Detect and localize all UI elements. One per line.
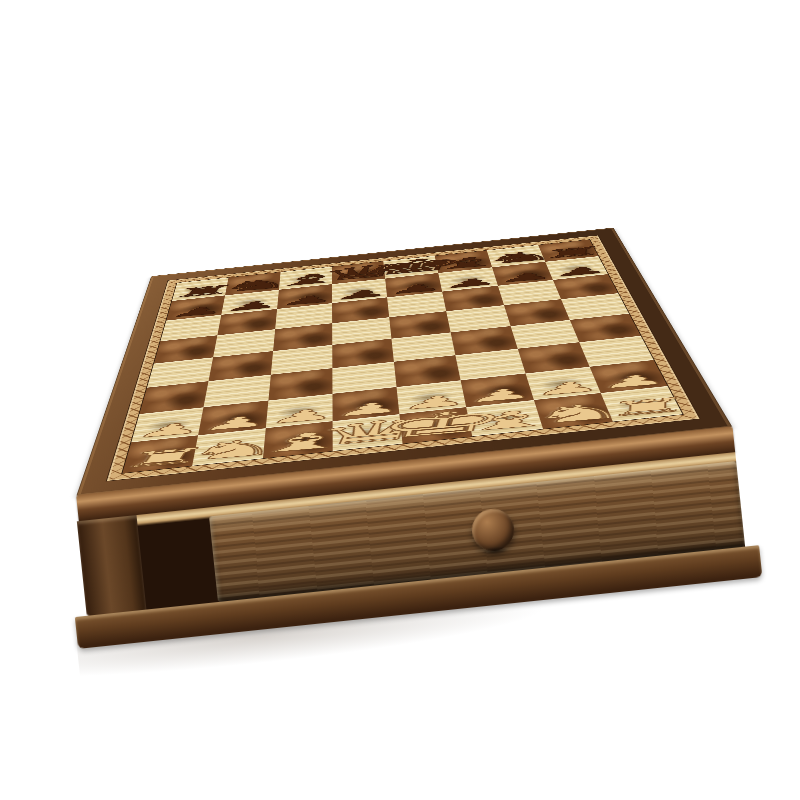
corner-post (77, 515, 147, 616)
drawer-knob[interactable] (470, 507, 516, 553)
chess-set: ♜♞♝♛♚♝♞♜♟♟♟♟♟♟♟♟♟♟♟♟♟♟♟♟♜♞♝♛♚♝♞♜ (0, 0, 800, 800)
scene: ♜♞♝♛♚♝♞♜♟♟♟♟♟♟♟♟♟♟♟♟♟♟♟♟♜♞♝♛♚♝♞♜ (0, 0, 800, 800)
